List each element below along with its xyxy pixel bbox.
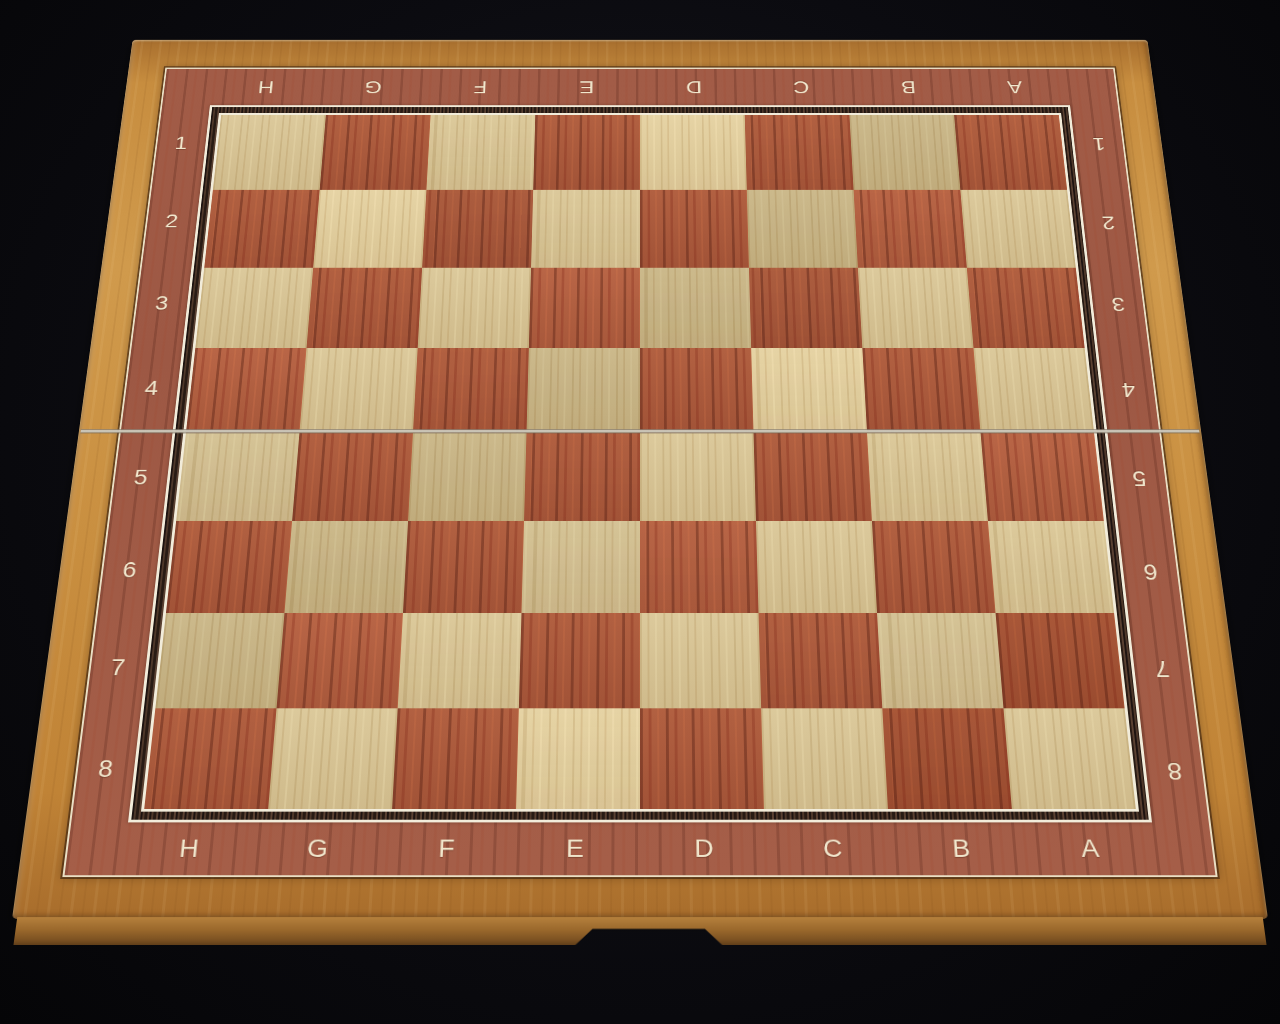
board-surface: HGFEDCBA HGFEDCBA 12345678 12345678 bbox=[62, 68, 1217, 878]
square-g4[interactable] bbox=[299, 348, 417, 432]
square-e2[interactable] bbox=[531, 190, 640, 268]
rank-label-right-8: 8 bbox=[1140, 718, 1209, 822]
square-e3[interactable] bbox=[529, 267, 640, 348]
square-d6[interactable] bbox=[640, 521, 759, 613]
square-a3[interactable] bbox=[967, 267, 1085, 348]
rank-label-right-5: 5 bbox=[1107, 433, 1170, 524]
square-e5[interactable] bbox=[524, 433, 640, 521]
file-label-top-a: A bbox=[959, 69, 1070, 105]
file-label-bottom-g: G bbox=[251, 822, 384, 875]
square-f1[interactable] bbox=[426, 115, 535, 190]
square-c6[interactable] bbox=[756, 521, 877, 613]
square-c7[interactable] bbox=[759, 613, 883, 709]
square-e4[interactable] bbox=[526, 348, 640, 432]
square-c1[interactable] bbox=[745, 115, 854, 190]
square-f4[interactable] bbox=[413, 348, 529, 432]
square-f8[interactable] bbox=[392, 709, 519, 809]
square-e8[interactable] bbox=[516, 709, 640, 809]
square-d5[interactable] bbox=[640, 433, 756, 521]
square-g3[interactable] bbox=[306, 267, 422, 348]
file-label-top-e: E bbox=[532, 69, 640, 105]
square-c2[interactable] bbox=[747, 190, 858, 268]
file-label-bottom-e: E bbox=[510, 822, 640, 875]
square-b3[interactable] bbox=[858, 267, 974, 348]
fold-seam bbox=[80, 429, 1199, 434]
board-side-edge-with-notch bbox=[13, 917, 1266, 945]
square-f6[interactable] bbox=[403, 521, 524, 613]
square-a1[interactable] bbox=[954, 115, 1067, 190]
file-label-top-c: C bbox=[746, 69, 855, 105]
square-h7[interactable] bbox=[155, 613, 284, 709]
square-g5[interactable] bbox=[292, 433, 413, 521]
square-h8[interactable] bbox=[144, 709, 276, 809]
file-label-bottom-b: B bbox=[896, 822, 1029, 875]
file-label-top-f: F bbox=[425, 69, 534, 105]
file-labels-top: HGFEDCBA bbox=[210, 69, 1070, 105]
rank-label-right-4: 4 bbox=[1098, 346, 1160, 433]
square-g1[interactable] bbox=[320, 115, 431, 190]
file-label-top-h: H bbox=[210, 69, 321, 105]
rank-label-right-7: 7 bbox=[1129, 619, 1196, 718]
square-b1[interactable] bbox=[849, 115, 960, 190]
square-g6[interactable] bbox=[284, 521, 408, 613]
rank-label-right-2: 2 bbox=[1079, 182, 1138, 262]
file-label-bottom-a: A bbox=[1024, 822, 1158, 875]
square-d2[interactable] bbox=[640, 190, 749, 268]
square-a7[interactable] bbox=[996, 613, 1125, 709]
square-a6[interactable] bbox=[988, 521, 1114, 613]
file-label-top-b: B bbox=[853, 69, 963, 105]
file-label-bottom-d: D bbox=[640, 822, 770, 875]
square-e1[interactable] bbox=[533, 115, 640, 190]
square-d3[interactable] bbox=[640, 267, 751, 348]
square-a8[interactable] bbox=[1003, 709, 1135, 809]
square-e6[interactable] bbox=[521, 521, 640, 613]
rank-label-right-3: 3 bbox=[1088, 262, 1148, 345]
square-h4[interactable] bbox=[186, 348, 307, 432]
square-b6[interactable] bbox=[872, 521, 996, 613]
square-d8[interactable] bbox=[640, 709, 764, 809]
square-d1[interactable] bbox=[640, 115, 747, 190]
board-grid bbox=[141, 113, 1139, 812]
square-h6[interactable] bbox=[166, 521, 292, 613]
square-b4[interactable] bbox=[862, 348, 980, 432]
file-label-bottom-h: H bbox=[122, 822, 256, 875]
file-label-top-d: D bbox=[640, 69, 748, 105]
inlay-band bbox=[128, 105, 1152, 822]
square-a5[interactable] bbox=[981, 433, 1104, 521]
square-h1[interactable] bbox=[213, 115, 326, 190]
file-label-top-g: G bbox=[317, 69, 427, 105]
square-h5[interactable] bbox=[176, 433, 299, 521]
rank-label-right-1: 1 bbox=[1070, 105, 1127, 182]
square-d4[interactable] bbox=[640, 348, 754, 432]
square-g8[interactable] bbox=[268, 709, 398, 809]
square-b5[interactable] bbox=[867, 433, 988, 521]
square-f5[interactable] bbox=[408, 433, 526, 521]
square-h3[interactable] bbox=[195, 267, 313, 348]
square-a2[interactable] bbox=[960, 190, 1075, 268]
square-b2[interactable] bbox=[854, 190, 967, 268]
square-b7[interactable] bbox=[877, 613, 1003, 709]
rank-label-right-6: 6 bbox=[1118, 524, 1183, 619]
file-label-bottom-f: F bbox=[381, 822, 512, 875]
chessboard: HGFEDCBA HGFEDCBA 12345678 12345678 bbox=[12, 40, 1268, 919]
file-label-bottom-c: C bbox=[768, 822, 899, 875]
square-f3[interactable] bbox=[418, 267, 531, 348]
square-c3[interactable] bbox=[749, 267, 862, 348]
square-e7[interactable] bbox=[519, 613, 640, 709]
square-g2[interactable] bbox=[313, 190, 426, 268]
square-c5[interactable] bbox=[754, 433, 872, 521]
photo-background: HGFEDCBA HGFEDCBA 12345678 12345678 bbox=[0, 0, 1280, 1024]
file-labels-bottom: HGFEDCBA bbox=[122, 822, 1158, 875]
square-f7[interactable] bbox=[398, 613, 522, 709]
square-h2[interactable] bbox=[204, 190, 319, 268]
rank-label-left-1: 1 bbox=[152, 105, 209, 182]
square-d7[interactable] bbox=[640, 613, 761, 709]
square-g7[interactable] bbox=[277, 613, 403, 709]
square-f2[interactable] bbox=[422, 190, 533, 268]
square-b8[interactable] bbox=[882, 709, 1012, 809]
square-c4[interactable] bbox=[751, 348, 867, 432]
square-a4[interactable] bbox=[974, 348, 1095, 432]
square-c8[interactable] bbox=[761, 709, 888, 809]
